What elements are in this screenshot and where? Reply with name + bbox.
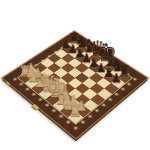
playing-field: ♜♞♝♛♚♝♞♜♟♟♟♟♟♟♟♟♟♟♟♟♟♟♟♟♜♞♝♛♚♝♞♜ <box>18 40 131 123</box>
chessboard: ♜♞♝♛♚♝♞♜♟♟♟♟♟♟♟♟♟♟♟♟♟♟♟♟♜♞♝♛♚♝♞♜ <box>3 31 147 138</box>
piece-white-pawn: ♟ <box>26 62 36 74</box>
photo-scene: ♜♞♝♛♚♝♞♜♟♟♟♟♟♟♟♟♟♟♟♟♟♟♟♟♜♞♝♛♚♝♞♜ <box>0 0 150 150</box>
piece-black-queen: ♛ <box>88 39 98 60</box>
piece-black-pawn: ♟ <box>61 39 70 51</box>
piece-white-rook: ♜ <box>18 64 28 79</box>
product-photo: ♜♞♝♛♚♝♞♜♟♟♟♟♟♟♟♟♟♟♟♟♟♟♟♟♜♞♝♛♚♝♞♜ <box>0 0 150 150</box>
piece-black-rook: ♜ <box>68 32 77 46</box>
